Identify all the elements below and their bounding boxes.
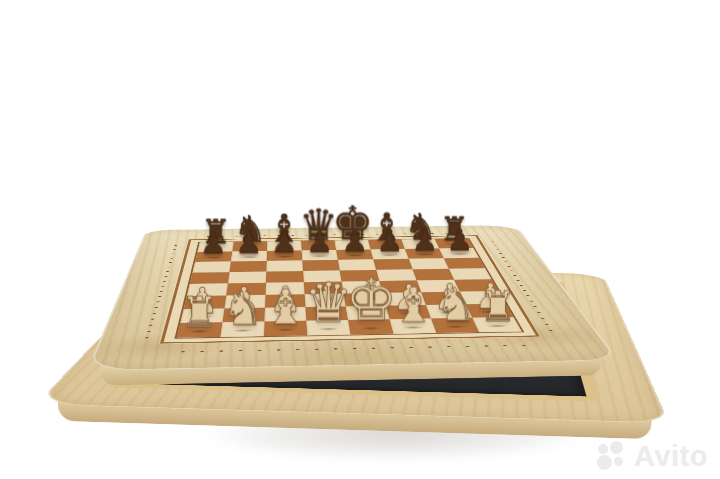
frame-dots-near [173,344,530,353]
playfield-border: ♜♞♝♛♚♝♞♜♟♟♟♟♟♟♟♟♟♟♟♟♟♟♟♟♜♞♝♛♚♝♞♜ [160,235,540,343]
square-c6 [266,260,303,271]
piece-glyph: ♟ [184,228,244,258]
watermark-text: Avito [634,440,708,473]
squares-grid: ♜♞♝♛♚♝♞♜♟♟♟♟♟♟♟♟♟♟♟♟♟♟♟♟♜♞♝♛♚♝♞♜ [174,238,524,339]
square-a7: ♟ [195,251,232,262]
square-d6 [302,260,339,271]
square-a1: ♜ [177,322,223,338]
piece-glyph: ♜ [163,291,236,333]
square-h6 [444,258,485,269]
square-a6 [193,262,231,273]
product-photo: ♜♞♝♛♚♝♞♜♟♟♟♟♟♟♟♟♟♟♟♟♟♟♟♟♜♞♝♛♚♝♞♜ Avito [0,0,720,479]
watermark: Avito [597,440,708,473]
square-b6 [229,261,266,272]
chessboard: ♜♞♝♛♚♝♞♜♟♟♟♟♟♟♟♟♟♟♟♟♟♟♟♟♜♞♝♛♚♝♞♜ [87,225,619,371]
board-frame: ♜♞♝♛♚♝♞♜♟♟♟♟♟♟♟♟♟♟♟♟♟♟♟♟♜♞♝♛♚♝♞♜ [87,225,619,371]
avito-logo-icon [597,441,627,473]
square-g6 [409,258,449,269]
